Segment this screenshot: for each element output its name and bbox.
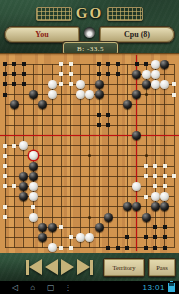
- white-territory-marker: [12, 184, 16, 188]
- black-territory-marker: [125, 235, 129, 239]
- black-territory-marker: [144, 235, 148, 239]
- white-stone: [76, 90, 85, 99]
- black-territory-marker: [12, 72, 16, 76]
- black-stone: [95, 223, 104, 232]
- white-territory-marker: [144, 195, 148, 199]
- white-stone: [142, 70, 151, 79]
- grid-line-horizontal: [5, 227, 174, 228]
- white-stone: [29, 213, 38, 222]
- black-stone: [29, 90, 38, 99]
- app-title: GO: [76, 5, 103, 22]
- menu-dots-icon[interactable]: ⋮: [65, 281, 72, 294]
- black-stone: [38, 100, 47, 109]
- white-stone: [151, 60, 160, 69]
- black-stone: [95, 80, 104, 89]
- black-stone: [19, 172, 28, 181]
- white-territory-marker: [153, 174, 157, 178]
- black-territory-marker: [3, 62, 7, 66]
- grid-line-vertical: [117, 64, 118, 248]
- go-app-window: GO You Cpu (8) B: -33.5 Territory: [0, 0, 179, 294]
- white-stone: [29, 182, 38, 191]
- white-stone: [29, 192, 38, 201]
- last-move-icon: [77, 259, 90, 275]
- black-territory-marker: [116, 246, 120, 250]
- black-territory-marker: [116, 62, 120, 66]
- player-left-label: You: [35, 30, 48, 39]
- player-left-plaque: You: [4, 26, 80, 43]
- hoshi-point: [88, 154, 91, 157]
- recents-icon[interactable]: ▢: [47, 281, 55, 294]
- black-territory-marker: [3, 93, 7, 97]
- white-stone: [48, 243, 57, 252]
- white-stone: [48, 90, 57, 99]
- white-territory-marker: [3, 174, 7, 178]
- black-territory-marker: [153, 235, 157, 239]
- white-territory-marker: [69, 235, 73, 239]
- black-territory-marker: [144, 62, 148, 66]
- territory-button[interactable]: Territory: [103, 258, 145, 277]
- white-stone: [151, 70, 160, 79]
- move-nav-group: [26, 258, 93, 276]
- territory-button-label: Territory: [112, 264, 135, 271]
- black-stone: [38, 223, 47, 232]
- white-territory-marker: [59, 62, 63, 66]
- white-stone: [132, 182, 141, 191]
- black-stone: [38, 233, 47, 242]
- grid-line-vertical: [155, 64, 156, 248]
- black-stone: [48, 223, 57, 232]
- white-stone: [160, 80, 169, 89]
- go-board[interactable]: [0, 53, 179, 253]
- black-territory-marker: [163, 246, 167, 250]
- next-move-button[interactable]: [61, 258, 74, 276]
- prev-move-icon: [45, 259, 58, 275]
- white-territory-marker: [12, 144, 16, 148]
- white-stone: [76, 233, 85, 242]
- grid-line-vertical: [174, 64, 175, 248]
- player-bar: You Cpu (8) B: -33.5: [0, 25, 179, 55]
- black-stone: [104, 213, 113, 222]
- black-stone: [160, 202, 169, 211]
- white-stone: [151, 80, 160, 89]
- grid-line-horizontal: [5, 247, 174, 248]
- white-stone: [19, 141, 28, 150]
- white-territory-marker: [163, 184, 167, 188]
- home-icon[interactable]: ⌂: [30, 281, 35, 294]
- white-territory-marker: [69, 246, 73, 250]
- white-territory-marker: [59, 246, 63, 250]
- white-territory-marker: [3, 205, 7, 209]
- title-row: GO: [0, 0, 179, 25]
- black-territory-marker: [106, 246, 110, 250]
- black-stone: [151, 202, 160, 211]
- white-stone: [29, 151, 38, 160]
- black-stone-last-move: [132, 131, 141, 140]
- black-stone: [19, 182, 28, 191]
- scroll-ornament-right-icon: [107, 7, 143, 21]
- last-move-line-horizontal: [0, 135, 179, 137]
- black-stone: [160, 60, 169, 69]
- white-territory-marker: [69, 72, 73, 76]
- black-territory-marker: [144, 246, 148, 250]
- player-right-plaque: Cpu (8): [99, 26, 175, 43]
- white-territory-marker: [153, 164, 157, 168]
- white-territory-marker: [172, 82, 176, 86]
- black-territory-marker: [97, 62, 101, 66]
- scroll-ornament-left-icon: [36, 7, 72, 21]
- white-stone: [85, 90, 94, 99]
- black-territory-marker: [22, 72, 26, 76]
- white-stone: [76, 80, 85, 89]
- black-territory-marker: [106, 72, 110, 76]
- black-territory-marker: [163, 225, 167, 229]
- white-territory-marker: [144, 164, 148, 168]
- black-stone: [132, 202, 141, 211]
- black-stone: [142, 213, 151, 222]
- white-territory-marker: [59, 72, 63, 76]
- white-stone: [48, 80, 57, 89]
- move-controls: Territory Pass: [0, 253, 179, 281]
- hoshi-point: [145, 93, 148, 96]
- hoshi-point: [145, 154, 148, 157]
- white-territory-marker: [3, 154, 7, 158]
- status-clock: 13:01: [142, 283, 165, 292]
- white-territory-marker: [3, 164, 7, 168]
- header: GO You Cpu (8) B: -33.5: [0, 0, 179, 53]
- black-territory-marker: [12, 82, 16, 86]
- grid-line-vertical: [164, 64, 165, 248]
- black-territory-marker: [22, 82, 26, 86]
- turn-indicator-ball: [84, 27, 95, 38]
- black-stone: [142, 80, 151, 89]
- black-stone: [29, 162, 38, 171]
- black-territory-marker: [163, 235, 167, 239]
- android-navbar: ◁ ⌂ ▢ ⋮ 13:01: [0, 281, 179, 294]
- white-territory-marker: [172, 174, 176, 178]
- black-stone: [19, 192, 28, 201]
- battery-icon: [168, 283, 175, 292]
- white-territory-marker: [59, 82, 63, 86]
- white-stone: [151, 192, 160, 201]
- back-icon[interactable]: ◁: [12, 281, 18, 294]
- first-move-button[interactable]: [26, 258, 42, 276]
- hoshi-point: [88, 216, 91, 219]
- black-stone: [132, 70, 141, 79]
- pass-button[interactable]: Pass: [148, 258, 176, 277]
- black-territory-marker: [97, 113, 101, 117]
- black-territory-marker: [97, 72, 101, 76]
- last-move-button[interactable]: [77, 258, 93, 276]
- white-territory-marker: [3, 184, 7, 188]
- white-territory-marker: [172, 93, 176, 97]
- grid-line-vertical: [127, 64, 128, 248]
- white-territory-marker: [163, 164, 167, 168]
- black-territory-marker: [22, 62, 26, 66]
- black-territory-marker: [153, 225, 157, 229]
- black-territory-marker: [106, 113, 110, 117]
- white-stone: [85, 233, 94, 242]
- black-stone: [29, 172, 38, 181]
- black-territory-marker: [12, 62, 16, 66]
- black-territory-marker: [116, 72, 120, 76]
- next-move-icon: [61, 259, 74, 275]
- white-territory-marker: [69, 62, 73, 66]
- player-right-label: Cpu (8): [124, 30, 150, 39]
- white-territory-marker: [3, 215, 7, 219]
- black-stone: [95, 90, 104, 99]
- black-stone: [132, 90, 141, 99]
- white-territory-marker: [144, 174, 148, 178]
- black-stone: [10, 100, 19, 109]
- black-territory-marker: [106, 62, 110, 66]
- white-territory-marker: [31, 205, 35, 209]
- last-move-line-vertical: [136, 55, 138, 251]
- black-territory-marker: [3, 72, 7, 76]
- pass-button-label: Pass: [156, 264, 168, 271]
- score-badge-text: B: -33.5: [77, 45, 104, 53]
- white-territory-marker: [3, 144, 7, 148]
- black-territory-marker: [97, 123, 101, 127]
- black-territory-marker: [106, 123, 110, 127]
- white-territory-marker: [153, 184, 157, 188]
- white-territory-marker: [163, 174, 167, 178]
- white-stone: [160, 192, 169, 201]
- white-territory-marker: [59, 225, 63, 229]
- black-territory-marker: [153, 246, 157, 250]
- black-stone: [123, 202, 132, 211]
- black-stone: [123, 100, 132, 109]
- black-territory-marker: [3, 82, 7, 86]
- prev-move-button[interactable]: [45, 258, 58, 276]
- white-territory-marker: [69, 82, 73, 86]
- black-territory-marker: [135, 62, 139, 66]
- black-territory-marker: [125, 246, 129, 250]
